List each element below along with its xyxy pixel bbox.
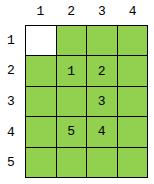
cell-r5c2[interactable] <box>57 148 87 177</box>
row-label-4: 4 <box>0 117 22 148</box>
cell-r3c4[interactable] <box>118 87 148 116</box>
cell-r3c3[interactable]: 3 <box>87 87 117 116</box>
cell-r1c4[interactable] <box>118 26 148 55</box>
row-label-1: 1 <box>0 25 22 56</box>
row-label-2: 2 <box>0 56 22 87</box>
puzzle-board: 1 2 3 5 4 <box>25 25 148 178</box>
cell-r5c4[interactable] <box>118 148 148 177</box>
row-label-5: 5 <box>0 147 22 178</box>
cell-r2c4[interactable] <box>118 56 148 85</box>
column-label-2: 2 <box>56 3 87 21</box>
cell-r4c2[interactable]: 5 <box>57 117 87 146</box>
cell-r5c1[interactable] <box>26 148 56 177</box>
puzzle-screen: 1 2 3 4 1 2 3 4 5 1 2 3 5 4 <box>0 0 154 184</box>
cell-r2c3[interactable]: 2 <box>87 56 117 85</box>
cell-r4c3[interactable]: 4 <box>87 117 117 146</box>
column-label-4: 4 <box>117 3 148 21</box>
cell-r5c3[interactable] <box>87 148 117 177</box>
cell-r3c2[interactable] <box>57 87 87 116</box>
cell-r1c1[interactable] <box>26 26 56 55</box>
cell-r1c3[interactable] <box>87 26 117 55</box>
cell-r1c2[interactable] <box>57 26 87 55</box>
cell-r4c1[interactable] <box>26 117 56 146</box>
cell-r2c2[interactable]: 1 <box>57 56 87 85</box>
row-labels: 1 2 3 4 5 <box>0 25 22 178</box>
column-labels: 1 2 3 4 <box>25 3 148 21</box>
column-label-3: 3 <box>87 3 118 21</box>
cell-r2c1[interactable] <box>26 56 56 85</box>
column-label-1: 1 <box>25 3 56 21</box>
row-label-3: 3 <box>0 86 22 117</box>
cell-r3c1[interactable] <box>26 87 56 116</box>
cell-r4c4[interactable] <box>118 117 148 146</box>
